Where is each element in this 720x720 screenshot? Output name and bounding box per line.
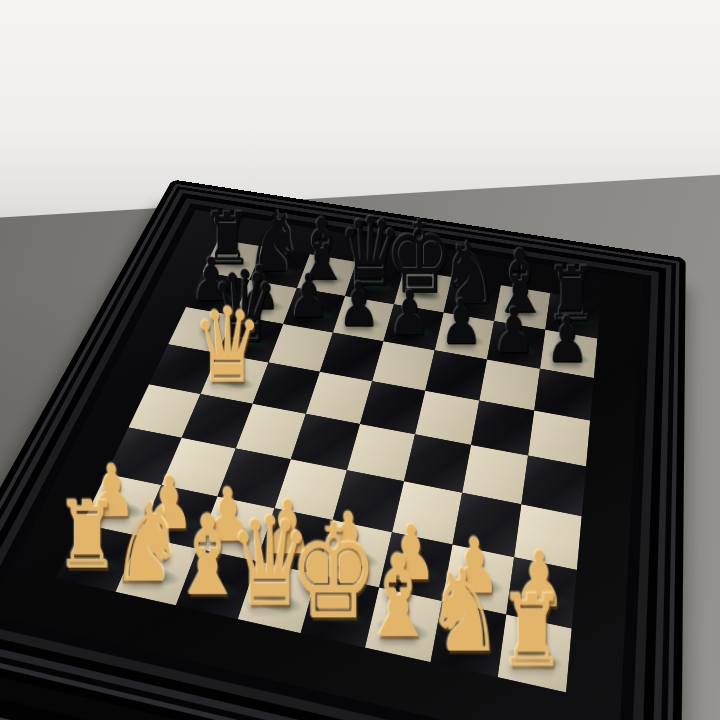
square-e5[interactable]	[360, 381, 425, 434]
board-plinth: ♜♞♝♛♚♞♝♜♟♟♟♟♟♟♟♟♛♛♟♟♟♟♟♟♟♟♜♞♝♛♚♝♞♜	[0, 179, 686, 720]
square-d5[interactable]	[306, 372, 372, 424]
white-q-glyph: ♛	[174, 298, 281, 396]
square-f5[interactable]	[415, 391, 479, 445]
chess-set-photo: ♜♞♝♛♚♞♝♜♟♟♟♟♟♟♟♟♛♛♟♟♟♟♟♟♟♟♜♞♝♛♚♝♞♜	[0, 0, 720, 720]
black-p-glyph: ♟	[515, 311, 620, 371]
board-stage: ♜♞♝♛♚♞♝♜♟♟♟♟♟♟♟♟♛♛♟♟♟♟♟♟♟♟♜♞♝♛♚♝♞♜	[6, 92, 714, 712]
white-r-glyph: ♜	[465, 586, 599, 681]
board-tilt-plane: ♜♞♝♛♚♞♝♜♟♟♟♟♟♟♟♟♛♛♟♟♟♟♟♟♟♟♜♞♝♛♚♝♞♜	[0, 179, 686, 720]
chess-board: ♜♞♝♛♚♞♝♜♟♟♟♟♟♟♟♟♛♛♟♟♟♟♟♟♟♟♜♞♝♛♚♝♞♜	[56, 239, 601, 692]
